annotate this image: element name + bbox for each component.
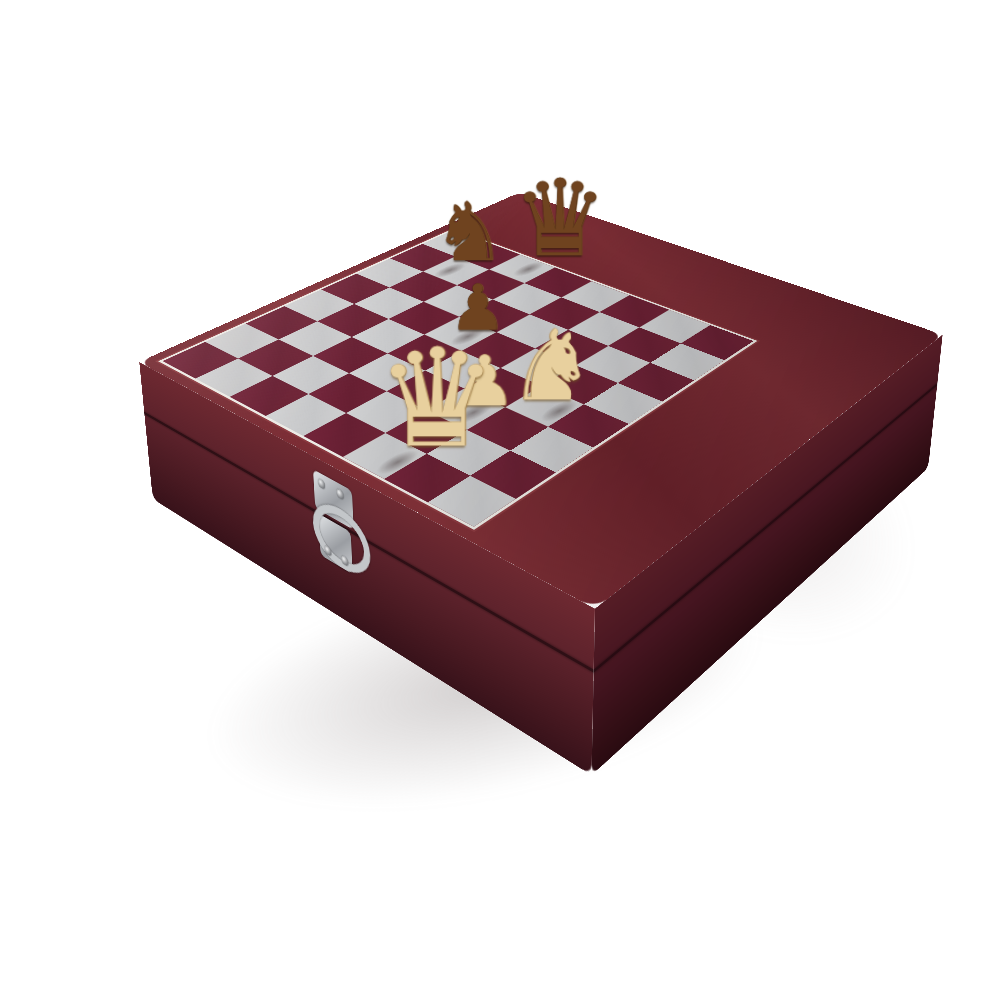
piece-black-queen-c8[interactable]: ♛ [512, 165, 559, 271]
metal-clasp[interactable] [305, 465, 363, 584]
piece-white-queen-f1[interactable]: ♛ [376, 330, 436, 466]
box-right-face [592, 335, 943, 776]
piece-black-knight-b7[interactable]: ♞ [433, 192, 480, 273]
lid-seam-right [594, 383, 938, 673]
box-lid-top-face: ♞♛♟♛♟♞ [139, 192, 942, 608]
piece-white-knight-g4[interactable]: ♞ [539, 317, 595, 415]
product-photo-stage: ♞♛♟♛♟♞ [0, 0, 1000, 1000]
scene: ♞♛♟♛♟♞ [0, 0, 1000, 1000]
